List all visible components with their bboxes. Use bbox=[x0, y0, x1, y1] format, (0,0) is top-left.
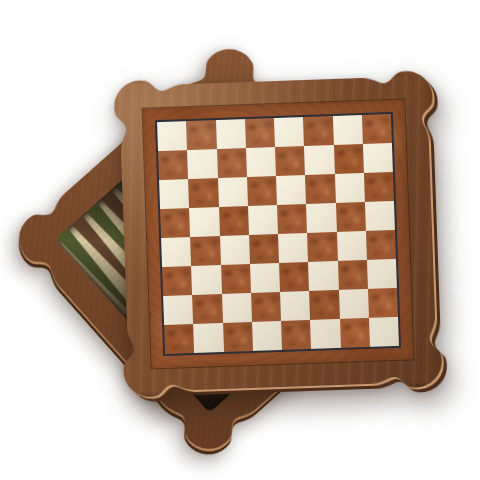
square-d7 bbox=[246, 147, 276, 177]
square-d4 bbox=[249, 234, 279, 264]
square-c6 bbox=[218, 177, 248, 207]
square-a3 bbox=[162, 266, 192, 296]
square-d1 bbox=[252, 321, 282, 351]
square-c4 bbox=[220, 235, 250, 265]
square-g4 bbox=[336, 231, 366, 261]
square-f3 bbox=[308, 261, 338, 291]
chess-grid bbox=[157, 114, 399, 354]
square-e7 bbox=[275, 146, 305, 176]
square-f4 bbox=[307, 232, 337, 262]
square-d2 bbox=[251, 292, 281, 322]
square-b5 bbox=[189, 207, 219, 237]
square-a2 bbox=[163, 295, 193, 325]
square-h2 bbox=[368, 288, 398, 318]
square-b4 bbox=[190, 236, 220, 266]
pinstripe-border bbox=[155, 112, 401, 356]
square-g1 bbox=[340, 318, 370, 348]
square-e3 bbox=[279, 262, 309, 292]
square-b7 bbox=[187, 149, 217, 179]
square-e6 bbox=[276, 175, 306, 205]
square-h6 bbox=[364, 172, 394, 202]
square-b1 bbox=[193, 323, 223, 353]
square-g5 bbox=[335, 202, 365, 232]
square-f1 bbox=[310, 319, 340, 349]
square-e1 bbox=[281, 320, 311, 350]
square-c8 bbox=[215, 119, 245, 149]
square-e2 bbox=[280, 291, 310, 321]
square-a8 bbox=[157, 121, 187, 151]
square-h3 bbox=[367, 259, 397, 289]
chessboard-frame bbox=[113, 70, 444, 399]
square-d5 bbox=[248, 205, 278, 235]
square-d8 bbox=[245, 118, 275, 148]
square-g2 bbox=[338, 289, 368, 319]
square-c2 bbox=[222, 293, 252, 323]
square-g7 bbox=[333, 144, 363, 174]
square-f2 bbox=[309, 290, 339, 320]
square-e4 bbox=[278, 233, 308, 263]
square-e5 bbox=[277, 204, 307, 234]
square-c3 bbox=[221, 264, 251, 294]
square-d6 bbox=[247, 176, 277, 206]
square-g8 bbox=[332, 115, 362, 145]
square-a5 bbox=[160, 208, 190, 238]
square-h5 bbox=[365, 201, 395, 231]
square-a4 bbox=[161, 237, 191, 267]
square-h4 bbox=[366, 230, 396, 260]
square-b2 bbox=[192, 294, 222, 324]
square-f6 bbox=[305, 174, 335, 204]
square-e8 bbox=[274, 117, 304, 147]
square-h7 bbox=[363, 143, 393, 173]
square-g6 bbox=[334, 173, 364, 203]
square-f5 bbox=[306, 203, 336, 233]
square-g3 bbox=[337, 260, 367, 290]
square-c5 bbox=[219, 206, 249, 236]
square-d3 bbox=[250, 263, 280, 293]
square-f8 bbox=[303, 116, 333, 146]
burl-border bbox=[143, 100, 414, 369]
square-a1 bbox=[164, 324, 194, 354]
square-h8 bbox=[362, 114, 392, 144]
square-a6 bbox=[159, 179, 189, 209]
product-photo-stage bbox=[0, 0, 480, 480]
square-c1 bbox=[223, 322, 253, 352]
square-h1 bbox=[369, 317, 399, 347]
square-f7 bbox=[304, 145, 334, 175]
square-a7 bbox=[158, 150, 188, 180]
square-c7 bbox=[216, 148, 246, 178]
square-b8 bbox=[186, 120, 216, 150]
square-b6 bbox=[188, 178, 218, 208]
square-b3 bbox=[191, 265, 221, 295]
chess-board bbox=[113, 70, 444, 399]
